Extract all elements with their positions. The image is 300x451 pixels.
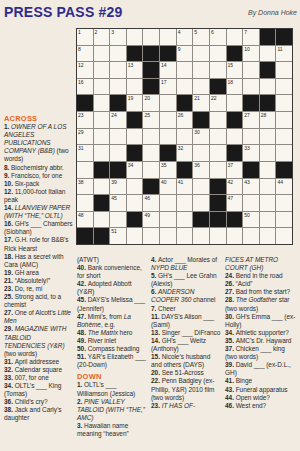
grid-cell[interactable] <box>110 212 126 228</box>
grid-cell[interactable] <box>276 62 292 78</box>
cell-number: 12 <box>78 62 84 68</box>
cell-number: 51 <box>111 228 117 234</box>
cell-number: 15 <box>228 62 234 68</box>
black-cell <box>243 95 259 111</box>
clue: 14. LLANVIEW PAPER (WITH “THE,” OLTL) <box>4 204 74 220</box>
clue-number: 12. <box>4 188 15 195</box>
grid-cell[interactable]: 12 <box>77 62 93 78</box>
clue: 13. Singer ___ DiFranco <box>151 329 222 337</box>
clue: 14. GH’s ___ Weitz (Anthony) <box>151 337 222 353</box>
cell-number: 39 <box>111 179 117 185</box>
grid-cell[interactable]: 32 <box>177 145 193 161</box>
clue-text: One of Alcott’s <box>15 309 58 316</box>
grid-cell[interactable] <box>94 145 110 161</box>
clue-text: Cheer <box>158 305 175 312</box>
clue-list-header: ACROSS <box>4 115 74 123</box>
black-cell <box>227 145 243 161</box>
grid-cell[interactable]: 23 <box>77 112 93 128</box>
cell-number: 34 <box>128 162 134 168</box>
cell-number: 50 <box>244 212 250 218</box>
grid-cell[interactable] <box>77 195 93 211</box>
grid-cell[interactable]: 3 <box>110 29 126 45</box>
clue: 27. Bad from the start? <box>225 288 298 296</box>
grid-cell[interactable] <box>110 145 126 161</box>
grid-cell[interactable]: 18 <box>227 79 243 95</box>
cell-number: 40 <box>161 179 167 185</box>
grid-cell[interactable]: 2 <box>94 29 110 45</box>
cell-number: 47 <box>228 195 234 201</box>
black-cell <box>77 228 93 244</box>
cell-number: 9 <box>178 46 181 52</box>
grid-cell[interactable]: 19 <box>127 95 143 111</box>
clue: 1. OLTL’s ___ Williamson (Jessica) <box>77 381 148 397</box>
grid-cell[interactable] <box>243 195 259 211</box>
black-cell <box>160 145 176 161</box>
clue-text: NYPD BLUE <box>151 264 187 271</box>
grid-cell[interactable] <box>260 79 276 95</box>
clue-text: (two words) <box>4 350 37 357</box>
grid-cell[interactable]: 6 <box>210 29 226 45</box>
grid-cell[interactable] <box>160 228 176 244</box>
clue: 8. Biochemistry abbr. <box>4 164 74 172</box>
grid-cell[interactable] <box>143 29 159 45</box>
clue-text: Athletic supporter? <box>236 329 289 336</box>
byline: By Donna Hoke <box>248 9 297 16</box>
clue-number: 46. <box>225 402 236 409</box>
grid-cell[interactable] <box>276 195 292 211</box>
clue: 6. ANDERSON COOPER 360 channel <box>151 288 222 304</box>
grid-cell[interactable] <box>276 228 292 244</box>
grid-cell[interactable] <box>276 212 292 228</box>
grid-cell[interactable] <box>276 145 292 161</box>
clue-text: Child’s cry? <box>15 398 48 405</box>
grid-cell[interactable] <box>177 79 193 95</box>
grid-cell[interactable]: 28 <box>260 112 276 128</box>
clue: 45. DAYS’s Melissa ___ (Jennifer) <box>77 296 148 312</box>
clue-text: The Godfather <box>236 296 277 303</box>
grid-cell[interactable]: 1 <box>77 29 93 45</box>
grid-cell[interactable] <box>160 212 176 228</box>
clue-number: 34. <box>225 329 236 336</box>
black-cell <box>260 29 276 45</box>
clue: 35. AMC’s Dr. Hayward <box>225 337 298 345</box>
clue-number: 25. <box>4 293 15 300</box>
grid-cell[interactable]: 42 <box>227 179 243 195</box>
grid-cell[interactable]: 21 <box>193 95 209 111</box>
cell-number: 35 <box>161 162 167 168</box>
cell-number: 42 <box>228 179 234 185</box>
clue-text: April addressee <box>15 358 59 365</box>
grid-cell[interactable] <box>94 112 110 128</box>
grid-cell[interactable]: 49 <box>143 212 159 228</box>
grid-cell[interactable]: 4 <box>177 29 193 45</box>
clue-text: PINE VALLEY TABLOID (WITH “THE,” AMC) <box>77 398 145 421</box>
clue: 15. Nicole’s husband and others (DAYS) <box>151 353 222 369</box>
clue-number: 14. <box>151 337 162 344</box>
clue-number: 26. <box>225 280 236 287</box>
grid-cell[interactable] <box>276 129 292 145</box>
clue-number: 15. <box>151 353 162 360</box>
cell-number: 13 <box>128 62 134 68</box>
clue: 39. David ___ (ex-D.L., GH) <box>225 361 298 377</box>
black-cell <box>276 29 292 45</box>
grid-cell[interactable] <box>177 195 193 211</box>
black-cell <box>243 162 259 178</box>
clue: 33. 007, for one <box>4 374 74 382</box>
clue: 43. Funeral apparatus <box>225 386 298 394</box>
clue-text: Six-pack <box>15 180 40 187</box>
grid-cell[interactable] <box>243 62 259 78</box>
grid-cell[interactable]: 9 <box>177 46 193 62</box>
black-cell <box>94 162 110 178</box>
clue-number: 51. <box>77 353 88 360</box>
grid-cell[interactable] <box>177 129 193 145</box>
clue: 23. IT HAS OF- <box>151 402 222 410</box>
clue: 18. Has a secret with Cara (AMC) <box>4 253 74 269</box>
cell-number: 20 <box>144 95 150 101</box>
grid-cell[interactable] <box>260 129 276 145</box>
grid-cell[interactable] <box>177 228 193 244</box>
grid-cell[interactable] <box>94 62 110 78</box>
cell-number: 36 <box>194 162 200 168</box>
clue-text: , e.g. <box>101 321 115 328</box>
clue-number: 44. <box>225 394 236 401</box>
clue-column-down-2: FICES AT METRO COURT (GH)24. Bend in the… <box>225 256 298 410</box>
cell-number: 1 <box>78 29 81 35</box>
cell-number: 22 <box>211 95 217 101</box>
clue-number: 27. <box>225 288 236 295</box>
grid-cell[interactable]: 34 <box>127 162 143 178</box>
black-cell <box>77 95 93 111</box>
grid-cell[interactable] <box>94 46 110 62</box>
grid-cell[interactable]: 11 <box>276 46 292 62</box>
clue-number: 42. <box>77 280 88 287</box>
clue-text: David ___ (ex-D.L., GH) <box>225 361 291 376</box>
clue: 46. West end? <box>225 402 298 410</box>
clue-number: 20. <box>151 369 162 376</box>
clue: 49. River inlet <box>77 337 148 345</box>
grid-cell[interactable]: 20 <box>143 95 159 111</box>
black-cell <box>110 162 126 178</box>
clue: 30. GH’s Emma ___ (ex-Holly) <box>225 313 298 329</box>
grid-cell[interactable] <box>227 29 243 45</box>
cell-number: 6 <box>211 29 214 35</box>
cell-number: 18 <box>228 79 234 85</box>
cell-number: 25 <box>144 112 150 118</box>
clue-number: 49. <box>77 337 88 344</box>
clue-number: 23. <box>151 402 162 409</box>
grid-cell[interactable] <box>193 145 209 161</box>
cell-number: 27 <box>244 112 250 118</box>
grid-cell[interactable] <box>193 79 209 95</box>
grid-cell[interactable] <box>193 228 209 244</box>
grid-cell[interactable]: 37 <box>227 162 243 178</box>
grid-cell[interactable]: 29 <box>77 129 93 145</box>
cell-number: 45 <box>111 195 117 201</box>
grid-cell[interactable]: 25 <box>143 112 159 128</box>
grid-cell[interactable]: 51 <box>110 228 126 244</box>
clue: 34. OLTL’s ___ King (Tomas) <box>4 382 74 398</box>
grid-cell[interactable] <box>260 145 276 161</box>
clue: 28. The Godfather star (two words) <box>225 296 298 312</box>
grid-cell[interactable] <box>193 62 209 78</box>
clue-number: 50. <box>77 345 88 352</box>
grid-cell[interactable]: 39 <box>110 179 126 195</box>
cell-number: 14 <box>161 62 167 68</box>
black-cell <box>227 112 243 128</box>
clue-text: GH’s ___ Chambers (Siobhan) <box>4 220 73 235</box>
grid-cell[interactable] <box>260 195 276 211</box>
grid-cell[interactable]: 50 <box>243 212 259 228</box>
grid-cell[interactable]: 44 <box>276 179 292 195</box>
clue-number: 31. <box>4 358 15 365</box>
grid-cell[interactable] <box>160 195 176 211</box>
clue-text: Do, re, mi <box>15 285 43 292</box>
clue-column-across: ACROSS1. OWNER OF A LOS ANGELES PUBLICAT… <box>4 115 74 423</box>
grid-cell[interactable]: 5 <box>193 29 209 45</box>
clue: 20. See 51-Across <box>151 369 222 377</box>
grid-cell[interactable] <box>94 95 110 111</box>
cell-number: 38 <box>78 179 84 185</box>
grid-cell[interactable]: 41 <box>177 179 193 195</box>
grid-cell[interactable]: 43 <box>243 179 259 195</box>
grid-cell[interactable] <box>227 95 243 111</box>
cell-number: 7 <box>244 29 247 35</box>
clue: 27. One of Alcott’s Little Men <box>4 309 74 325</box>
grid-cell[interactable] <box>276 95 292 111</box>
clue-text: (ATWT) <box>77 256 99 263</box>
clue-text: Francisco, for one <box>11 172 62 179</box>
grid-cell[interactable]: 46 <box>143 195 159 211</box>
grid-cell[interactable] <box>210 162 226 178</box>
clue-number: 19. <box>4 269 15 276</box>
cell-number: 2 <box>95 29 98 35</box>
grid-cell[interactable] <box>127 29 143 45</box>
cell-number: 10 <box>244 46 250 52</box>
clue: 41. Binge <box>225 377 298 385</box>
grid-cell[interactable] <box>193 195 209 211</box>
clue-text: LLANVIEW PAPER (WITH “THE,” OLTL) <box>4 204 70 219</box>
grid-cell[interactable] <box>94 212 110 228</box>
grid-cell[interactable] <box>160 129 176 145</box>
clue-text: ANDERSON COOPER 360 <box>151 288 195 303</box>
clue-number: 40. <box>77 264 88 271</box>
grid-cell[interactable] <box>143 129 159 145</box>
cell-number: 16 <box>78 79 84 85</box>
grid-cell[interactable]: 31 <box>77 145 93 161</box>
cell-number: 23 <box>78 112 84 118</box>
cell-number: 44 <box>277 179 283 185</box>
clue-text: hero <box>118 329 133 336</box>
cell-number: 33 <box>244 145 250 151</box>
grid-cell[interactable]: 36 <box>193 162 209 178</box>
clue: 48. The Matrix hero <box>77 329 148 337</box>
black-cell <box>160 46 176 62</box>
grid-cell[interactable] <box>243 129 259 145</box>
black-cell <box>127 212 143 228</box>
clue-text: Y&R’s Elizabeth ___ (20-Down) <box>77 353 146 368</box>
cell-number: 48 <box>78 212 84 218</box>
crossword-grid[interactable]: 1234567891011121314151617181920212223242… <box>76 28 293 245</box>
clue: 51. Y&R’s Elizabeth ___ (20-Down) <box>77 353 148 369</box>
grid-cell[interactable] <box>260 162 276 178</box>
clue: 37. Chicken ___ king (two words) <box>225 345 298 361</box>
grid-cell[interactable]: 40 <box>160 179 176 195</box>
clue-text: River inlet <box>88 337 116 344</box>
grid-cell[interactable] <box>227 129 243 145</box>
grid-cell[interactable]: 27 <box>243 112 259 128</box>
grid-cell[interactable]: 26 <box>177 112 193 128</box>
clue-text: Actor ___ Morales of <box>158 256 217 263</box>
grid-cell[interactable] <box>177 212 193 228</box>
grid-cell[interactable]: 14 <box>160 62 176 78</box>
grid-cell[interactable] <box>143 145 159 161</box>
grid-cell[interactable] <box>210 62 226 78</box>
clue-text: Compass heading <box>88 345 140 352</box>
black-cell <box>260 95 276 111</box>
grid-cell[interactable]: 35 <box>160 162 176 178</box>
clue: 25. Strong acid, to a chemist <box>4 293 74 309</box>
grid-cell[interactable]: 8 <box>77 46 93 62</box>
grid-cell[interactable] <box>127 195 143 211</box>
grid-cell[interactable] <box>77 162 93 178</box>
grid-cell[interactable]: 17 <box>160 79 176 95</box>
black-cell <box>143 62 159 78</box>
clue: 10. Six-pack <box>4 180 74 188</box>
grid-cell[interactable]: 13 <box>127 62 143 78</box>
clue-number: 32. <box>4 366 15 373</box>
grid-cell[interactable] <box>110 46 126 62</box>
grid-cell[interactable] <box>210 46 226 62</box>
grid-cell[interactable] <box>110 129 126 145</box>
grid-cell[interactable] <box>210 129 226 145</box>
grid-cell[interactable] <box>260 179 276 195</box>
grid-cell[interactable] <box>243 79 259 95</box>
grid-cell[interactable] <box>243 228 259 244</box>
grid-cell[interactable] <box>143 228 159 244</box>
grid-cell[interactable] <box>127 179 143 195</box>
clue-number: 14. <box>4 204 15 211</box>
clue-text: DAYS’s Alison ___ (Sami) <box>151 313 214 328</box>
cell-number: 46 <box>144 195 150 201</box>
clue-number: 41. <box>225 377 236 384</box>
grid-cell[interactable]: 22 <box>210 95 226 111</box>
black-cell <box>143 46 159 62</box>
clue-text: GH’s ___ Lee Grahn (Alexis) <box>151 272 217 287</box>
clue-text: Bad from the start? <box>236 288 290 295</box>
grid-cell[interactable] <box>127 79 143 95</box>
grid-cell[interactable] <box>94 129 110 145</box>
grid-cell[interactable] <box>260 228 276 244</box>
grid-cell[interactable] <box>94 179 110 195</box>
clue: 1. OWNER OF A LOS ANGELES PUBLICATIONS C… <box>4 123 74 163</box>
grid-cell[interactable] <box>177 62 193 78</box>
grid-cell[interactable]: 48 <box>77 212 93 228</box>
grid-cell[interactable] <box>110 79 126 95</box>
clue-number: 27. <box>4 309 15 316</box>
clue-number: 17. <box>4 236 15 243</box>
clue: (ATWT) <box>77 256 148 264</box>
black-cell <box>143 79 159 95</box>
clue-number: 24. <box>225 272 236 279</box>
clue: 21. “Absolutely!” <box>4 277 74 285</box>
cell-number: 28 <box>261 112 267 118</box>
cell-number: 19 <box>128 95 134 101</box>
grid-cell[interactable] <box>143 162 159 178</box>
grid-cell[interactable] <box>210 228 226 244</box>
grid-cell[interactable]: 24 <box>110 112 126 128</box>
grid-cell[interactable]: 47 <box>227 195 243 211</box>
clue: FICES AT METRO COURT (GH) <box>225 256 298 272</box>
grid-cell[interactable] <box>94 79 110 95</box>
clue-number: 39. <box>225 361 236 368</box>
clue: 7. Cheer <box>151 305 222 313</box>
black-cell <box>127 145 143 161</box>
grid-cell[interactable] <box>160 95 176 111</box>
grid-cell[interactable]: 7 <box>243 29 259 45</box>
clue-number: 13. <box>151 329 162 336</box>
grid-cell[interactable] <box>127 228 143 244</box>
grid-cell[interactable]: 30 <box>193 129 209 145</box>
grid-cell[interactable]: 45 <box>110 195 126 211</box>
grid-cell[interactable] <box>160 29 176 45</box>
grid-cell[interactable]: 16 <box>77 79 93 95</box>
clue-text: G.H. role for B&B’s Rick Hearst <box>4 236 69 251</box>
grid-cell[interactable] <box>210 112 226 128</box>
clue: 3. Hawaiian name meaning “heaven” <box>77 422 148 438</box>
grid-cell[interactable]: 38 <box>77 179 93 195</box>
grid-cell[interactable] <box>160 112 176 128</box>
grid-cell[interactable] <box>210 145 226 161</box>
cell-number: 4 <box>178 29 181 35</box>
clue: 50. Compass heading <box>77 345 148 353</box>
clue-text: The Matrix <box>88 329 118 336</box>
grid-cell[interactable] <box>260 212 276 228</box>
cell-number: 29 <box>78 129 84 135</box>
grid-cell[interactable] <box>127 129 143 145</box>
clue-number: 47. <box>77 313 88 320</box>
clue-number: 10. <box>4 180 15 187</box>
clue-text: IT HAS OF- <box>162 402 195 409</box>
clue-number: 28. <box>225 296 236 303</box>
clue-number: 48. <box>77 329 88 336</box>
grid-cell[interactable] <box>227 228 243 244</box>
clue: 44. Open wide? <box>225 394 298 402</box>
clue: 26. “Acid” <box>225 280 298 288</box>
clue-text: Bend in the road <box>236 272 283 279</box>
grid-cell[interactable] <box>193 46 209 62</box>
clue-text: Mimi’s, from <box>88 313 124 320</box>
clue: 34. Athletic supporter? <box>225 329 298 337</box>
cell-number: 26 <box>178 112 184 118</box>
grid-cell[interactable]: 33 <box>243 145 259 161</box>
black-cell <box>260 62 276 78</box>
black-cell <box>177 95 193 111</box>
grid-cell[interactable]: 10 <box>243 46 259 62</box>
cell-number: 43 <box>244 179 250 185</box>
grid-cell[interactable] <box>110 62 126 78</box>
clue-text: Open wide? <box>236 394 270 401</box>
grid-cell[interactable] <box>260 46 276 62</box>
clue: 32. Calendar square <box>4 366 74 374</box>
grid-cell[interactable] <box>276 112 292 128</box>
clue: 2. PINE VALLEY TABLOID (WITH “THE,” AMC) <box>77 398 148 422</box>
clue: 24. Bend in the road <box>225 272 298 280</box>
grid-cell[interactable]: 15 <box>227 62 243 78</box>
clue: 31. April addressee <box>4 358 74 366</box>
grid-cell[interactable] <box>193 179 209 195</box>
grid-cell[interactable] <box>276 79 292 95</box>
